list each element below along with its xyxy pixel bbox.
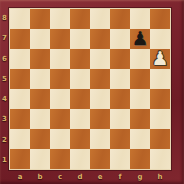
square-f2[interactable]	[110, 129, 130, 149]
white-pawn[interactable]: ♟	[151, 49, 168, 68]
square-c4[interactable]	[50, 89, 70, 109]
square-a2[interactable]	[10, 129, 30, 149]
square-b1[interactable]	[30, 149, 50, 169]
square-c5[interactable]	[50, 69, 70, 89]
square-g4[interactable]	[130, 89, 150, 109]
file-label-b: b	[30, 170, 50, 183]
chess-board-frame: 87654321 abcdefgh ♟♟	[0, 0, 184, 184]
square-b3[interactable]	[30, 109, 50, 129]
square-h3[interactable]	[150, 109, 170, 129]
square-d3[interactable]	[70, 109, 90, 129]
square-e8[interactable]	[90, 9, 110, 29]
rank-label-4: 4	[0, 89, 9, 109]
square-h6[interactable]: ♟	[150, 49, 170, 69]
square-d8[interactable]	[70, 9, 90, 29]
square-h1[interactable]	[150, 149, 170, 169]
square-a3[interactable]	[10, 109, 30, 129]
square-a5[interactable]	[10, 69, 30, 89]
square-g7[interactable]: ♟	[130, 29, 150, 49]
square-f4[interactable]	[110, 89, 130, 109]
square-h2[interactable]	[150, 129, 170, 149]
square-c1[interactable]	[50, 149, 70, 169]
file-label-g: g	[130, 170, 150, 183]
square-d4[interactable]	[70, 89, 90, 109]
chess-board: ♟♟	[9, 8, 171, 170]
square-a8[interactable]	[10, 9, 30, 29]
square-f3[interactable]	[110, 109, 130, 129]
square-d5[interactable]	[70, 69, 90, 89]
square-f5[interactable]	[110, 69, 130, 89]
square-f7[interactable]	[110, 29, 130, 49]
square-f8[interactable]	[110, 9, 130, 29]
square-d7[interactable]	[70, 29, 90, 49]
square-c6[interactable]	[50, 49, 70, 69]
file-labels: abcdefgh	[10, 170, 170, 183]
square-c7[interactable]	[50, 29, 70, 49]
square-g1[interactable]	[130, 149, 150, 169]
square-e5[interactable]	[90, 69, 110, 89]
square-b8[interactable]	[30, 9, 50, 29]
file-label-h: h	[150, 170, 170, 183]
square-b6[interactable]	[30, 49, 50, 69]
rank-labels: 87654321	[0, 8, 9, 170]
square-g3[interactable]	[130, 109, 150, 129]
square-d2[interactable]	[70, 129, 90, 149]
square-c8[interactable]	[50, 9, 70, 29]
file-label-e: e	[90, 170, 110, 183]
square-e3[interactable]	[90, 109, 110, 129]
square-b5[interactable]	[30, 69, 50, 89]
square-f1[interactable]	[110, 149, 130, 169]
rank-label-5: 5	[0, 69, 9, 89]
square-a4[interactable]	[10, 89, 30, 109]
square-g5[interactable]	[130, 69, 150, 89]
square-e4[interactable]	[90, 89, 110, 109]
file-label-f: f	[110, 170, 130, 183]
square-e2[interactable]	[90, 129, 110, 149]
square-g2[interactable]	[130, 129, 150, 149]
square-b2[interactable]	[30, 129, 50, 149]
rank-label-1: 1	[0, 150, 9, 170]
file-label-c: c	[50, 170, 70, 183]
rank-label-3: 3	[0, 109, 9, 129]
rank-label-2: 2	[0, 130, 9, 150]
square-e1[interactable]	[90, 149, 110, 169]
file-label-d: d	[70, 170, 90, 183]
file-label-a: a	[10, 170, 30, 183]
square-e7[interactable]	[90, 29, 110, 49]
square-a1[interactable]	[10, 149, 30, 169]
square-e6[interactable]	[90, 49, 110, 69]
rank-label-8: 8	[0, 8, 9, 28]
square-a7[interactable]	[10, 29, 30, 49]
square-f6[interactable]	[110, 49, 130, 69]
square-a6[interactable]	[10, 49, 30, 69]
square-h4[interactable]	[150, 89, 170, 109]
square-h5[interactable]	[150, 69, 170, 89]
square-d6[interactable]	[70, 49, 90, 69]
square-c3[interactable]	[50, 109, 70, 129]
square-b7[interactable]	[30, 29, 50, 49]
square-g6[interactable]	[130, 49, 150, 69]
square-b4[interactable]	[30, 89, 50, 109]
square-c2[interactable]	[50, 129, 70, 149]
square-d1[interactable]	[70, 149, 90, 169]
rank-label-7: 7	[0, 28, 9, 48]
rank-label-6: 6	[0, 49, 9, 69]
black-pawn[interactable]: ♟	[131, 29, 148, 48]
square-h8[interactable]	[150, 9, 170, 29]
